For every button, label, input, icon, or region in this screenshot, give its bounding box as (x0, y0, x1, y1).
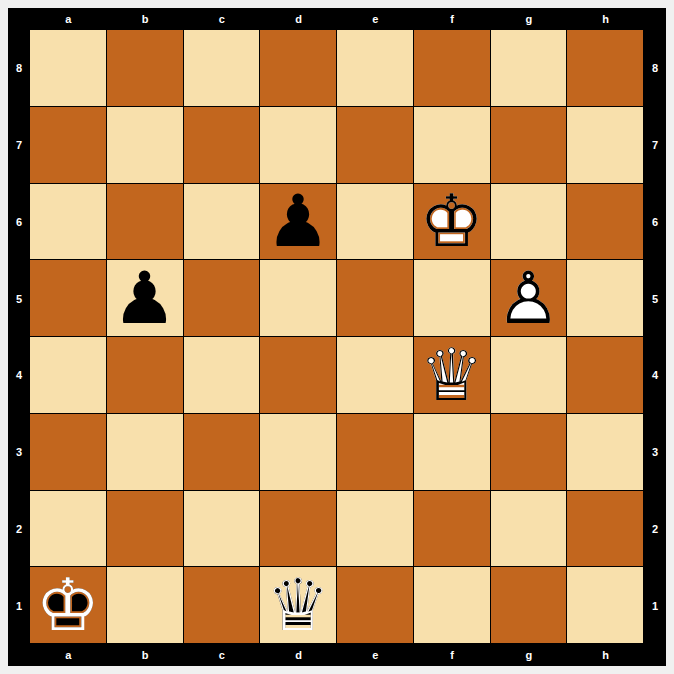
rank-label-left-3: 3 (8, 414, 30, 491)
white-pawn-glyph-outline: ♙ (491, 260, 567, 336)
rank-label-left-1: 1 (8, 567, 30, 644)
frame-corner (8, 8, 30, 30)
square-a8[interactable] (30, 30, 107, 107)
square-h2[interactable] (567, 491, 644, 568)
rank-label-left-7: 7 (8, 107, 30, 184)
square-b1[interactable] (107, 567, 184, 644)
square-d4[interactable] (260, 337, 337, 414)
piece-black-pawn[interactable]: ♟ (107, 260, 183, 336)
square-f1[interactable] (414, 567, 491, 644)
square-f5[interactable] (414, 260, 491, 337)
rank-label-left-6: 6 (8, 184, 30, 261)
square-c7[interactable] (184, 107, 261, 184)
square-h7[interactable] (567, 107, 644, 184)
black-queen-glyph-fill: ♛ (260, 567, 336, 643)
file-label-bottom-e: e (337, 644, 414, 666)
square-a1[interactable]: ♚♔ (30, 567, 107, 644)
rank-label-right-1: 1 (644, 567, 666, 644)
square-e8[interactable] (337, 30, 414, 107)
square-g6[interactable] (491, 184, 568, 261)
square-b6[interactable] (107, 184, 184, 261)
square-c5[interactable] (184, 260, 261, 337)
square-h3[interactable] (567, 414, 644, 491)
rank-label-left-8: 8 (8, 30, 30, 107)
square-d8[interactable] (260, 30, 337, 107)
square-h6[interactable] (567, 184, 644, 261)
black-queen-glyph-outline: ♕ (260, 567, 336, 643)
square-d3[interactable] (260, 414, 337, 491)
square-f6[interactable]: ♚♔ (414, 184, 491, 261)
square-h4[interactable] (567, 337, 644, 414)
square-e3[interactable] (337, 414, 414, 491)
square-h5[interactable] (567, 260, 644, 337)
rank-label-left-2: 2 (8, 491, 30, 568)
square-f2[interactable] (414, 491, 491, 568)
page: { "game": "chess", "position": { "fen": … (0, 0, 674, 674)
rank-label-left-4: 4 (8, 337, 30, 414)
file-label-top-a: a (30, 8, 107, 30)
square-c8[interactable] (184, 30, 261, 107)
black-king-glyph-outline: ♔ (30, 567, 106, 643)
white-queen-glyph-fill: ♛ (414, 337, 490, 413)
file-label-bottom-c: c (184, 644, 261, 666)
chess-board: abcdefgh88776♟♚♔65♟♟♙54♛♕433221♚♔♛♕1abcd… (8, 8, 666, 666)
square-c6[interactable] (184, 184, 261, 261)
white-king-glyph-outline: ♔ (414, 184, 490, 260)
square-c3[interactable] (184, 414, 261, 491)
square-e2[interactable] (337, 491, 414, 568)
square-g5[interactable]: ♟♙ (491, 260, 568, 337)
black-pawn-glyph-fill: ♟ (107, 260, 183, 336)
file-label-bottom-d: d (260, 644, 337, 666)
piece-white-queen[interactable]: ♛♕ (414, 337, 490, 413)
square-b4[interactable] (107, 337, 184, 414)
square-g8[interactable] (491, 30, 568, 107)
frame-corner (644, 644, 666, 666)
square-c2[interactable] (184, 491, 261, 568)
square-e7[interactable] (337, 107, 414, 184)
square-f4[interactable]: ♛♕ (414, 337, 491, 414)
black-pawn-glyph-fill: ♟ (260, 184, 336, 260)
square-d7[interactable] (260, 107, 337, 184)
rank-label-left-5: 5 (8, 260, 30, 337)
file-label-bottom-g: g (491, 644, 568, 666)
square-d2[interactable] (260, 491, 337, 568)
piece-black-pawn[interactable]: ♟ (260, 184, 336, 260)
frame-corner (8, 644, 30, 666)
square-b2[interactable] (107, 491, 184, 568)
square-e4[interactable] (337, 337, 414, 414)
square-a3[interactable] (30, 414, 107, 491)
square-a6[interactable] (30, 184, 107, 261)
square-f7[interactable] (414, 107, 491, 184)
square-d6[interactable]: ♟ (260, 184, 337, 261)
rank-label-right-4: 4 (644, 337, 666, 414)
square-d5[interactable] (260, 260, 337, 337)
square-a2[interactable] (30, 491, 107, 568)
square-c4[interactable] (184, 337, 261, 414)
rank-label-right-5: 5 (644, 260, 666, 337)
file-label-top-c: c (184, 8, 261, 30)
square-d1[interactable]: ♛♕ (260, 567, 337, 644)
rank-label-right-2: 2 (644, 491, 666, 568)
white-king-glyph-fill: ♚ (414, 184, 490, 260)
square-a4[interactable] (30, 337, 107, 414)
square-b7[interactable] (107, 107, 184, 184)
rank-label-right-3: 3 (644, 414, 666, 491)
square-g4[interactable] (491, 337, 568, 414)
square-e6[interactable] (337, 184, 414, 261)
square-f3[interactable] (414, 414, 491, 491)
file-label-top-f: f (414, 8, 491, 30)
piece-white-king[interactable]: ♚♔ (414, 184, 490, 260)
file-label-top-d: d (260, 8, 337, 30)
rank-label-right-7: 7 (644, 107, 666, 184)
file-label-top-g: g (491, 8, 568, 30)
white-queen-glyph-outline: ♕ (414, 337, 490, 413)
piece-black-king[interactable]: ♚♔ (30, 567, 106, 643)
rank-label-right-6: 6 (644, 184, 666, 261)
piece-white-pawn[interactable]: ♟♙ (491, 260, 567, 336)
square-e1[interactable] (337, 567, 414, 644)
frame-corner (644, 8, 666, 30)
file-label-bottom-a: a (30, 644, 107, 666)
square-b8[interactable] (107, 30, 184, 107)
white-pawn-glyph-fill: ♟ (491, 260, 567, 336)
file-label-top-h: h (567, 8, 644, 30)
square-g3[interactable] (491, 414, 568, 491)
file-label-bottom-h: h (567, 644, 644, 666)
square-b3[interactable] (107, 414, 184, 491)
square-a5[interactable] (30, 260, 107, 337)
square-g1[interactable] (491, 567, 568, 644)
black-king-glyph-fill: ♚ (30, 567, 106, 643)
file-label-bottom-f: f (414, 644, 491, 666)
file-label-top-b: b (107, 8, 184, 30)
square-g7[interactable] (491, 107, 568, 184)
square-a7[interactable] (30, 107, 107, 184)
square-b5[interactable]: ♟ (107, 260, 184, 337)
file-label-bottom-b: b (107, 644, 184, 666)
file-label-top-e: e (337, 8, 414, 30)
rank-label-right-8: 8 (644, 30, 666, 107)
square-h1[interactable] (567, 567, 644, 644)
square-f8[interactable] (414, 30, 491, 107)
square-e5[interactable] (337, 260, 414, 337)
square-g2[interactable] (491, 491, 568, 568)
square-h8[interactable] (567, 30, 644, 107)
piece-black-queen[interactable]: ♛♕ (260, 567, 336, 643)
square-c1[interactable] (184, 567, 261, 644)
